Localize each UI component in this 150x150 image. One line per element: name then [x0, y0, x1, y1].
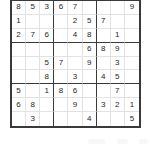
cell-r9c8[interactable]: [111, 112, 125, 126]
cell-r2c2[interactable]: [26, 15, 40, 29]
cell-r5c4[interactable]: 7: [54, 57, 68, 71]
cell-r3c8[interactable]: 1: [111, 29, 125, 43]
cell-r8c3[interactable]: [40, 98, 54, 112]
cell-r8c4[interactable]: [54, 98, 68, 112]
cell-r1c5[interactable]: 7: [68, 1, 82, 15]
cell-r8c5[interactable]: 9: [68, 98, 82, 112]
cell-r9c9[interactable]: 5: [125, 112, 139, 126]
cell-r4c5[interactable]: [68, 43, 82, 57]
sudoku-board: 8536791257276481689579383455186768932134…: [10, 0, 141, 128]
page: 8536791257276481689579383455186768932134…: [0, 0, 150, 150]
cell-r3c9[interactable]: [125, 29, 139, 43]
cell-r2c3[interactable]: [40, 15, 54, 29]
cell-r2c6[interactable]: 5: [83, 15, 97, 29]
cell-r2c5[interactable]: 2: [68, 15, 82, 29]
cell-r2c1[interactable]: 1: [12, 15, 26, 29]
cell-r8c8[interactable]: 2: [111, 98, 125, 112]
cell-r6c3[interactable]: 8: [40, 70, 54, 84]
watermark-smudge: [139, 139, 148, 144]
cell-r1c9[interactable]: 9: [125, 1, 139, 15]
cell-r5c7[interactable]: [97, 57, 111, 71]
cell-r1c7[interactable]: [97, 1, 111, 15]
cell-r1c6[interactable]: [83, 1, 97, 15]
cell-r4c6[interactable]: 6: [83, 43, 97, 57]
cell-r8c7[interactable]: 3: [97, 98, 111, 112]
cell-r6c1[interactable]: [12, 70, 26, 84]
cell-r5c3[interactable]: 5: [40, 57, 54, 71]
cell-r5c6[interactable]: 9: [83, 57, 97, 71]
cell-r5c9[interactable]: [125, 57, 139, 71]
cell-r8c9[interactable]: 1: [125, 98, 139, 112]
cell-r3c1[interactable]: 2: [12, 29, 26, 43]
cell-r7c5[interactable]: 6: [68, 84, 82, 98]
cell-r2c9[interactable]: [125, 15, 139, 29]
cell-r3c3[interactable]: 6: [40, 29, 54, 43]
cell-r6c5[interactable]: 3: [68, 70, 82, 84]
cell-r9c1[interactable]: [12, 112, 26, 126]
cell-r8c2[interactable]: 8: [26, 98, 40, 112]
cell-r4c3[interactable]: [40, 43, 54, 57]
cell-r6c6[interactable]: [83, 70, 97, 84]
cell-r2c8[interactable]: [111, 15, 125, 29]
cell-r9c4[interactable]: [54, 112, 68, 126]
watermark-smudge: [117, 139, 128, 144]
cell-r4c2[interactable]: [26, 43, 40, 57]
cell-r4c4[interactable]: [54, 43, 68, 57]
cell-r2c4[interactable]: [54, 15, 68, 29]
cell-r2c7[interactable]: 7: [97, 15, 111, 29]
cell-r1c2[interactable]: 5: [26, 1, 40, 15]
cell-r4c1[interactable]: [12, 43, 26, 57]
cell-r5c8[interactable]: 3: [111, 57, 125, 71]
cell-r7c8[interactable]: 7: [111, 84, 125, 98]
cell-r7c7[interactable]: [97, 84, 111, 98]
cell-r7c3[interactable]: 1: [40, 84, 54, 98]
cell-r8c1[interactable]: 6: [12, 98, 26, 112]
cell-r7c1[interactable]: 5: [12, 84, 26, 98]
cell-r3c2[interactable]: 7: [26, 29, 40, 43]
cell-r9c7[interactable]: [97, 112, 111, 126]
cell-r7c2[interactable]: [26, 84, 40, 98]
cell-r9c6[interactable]: 4: [83, 112, 97, 126]
cell-r3c5[interactable]: 4: [68, 29, 82, 43]
watermark-smudge: [88, 139, 105, 144]
cell-r6c8[interactable]: 5: [111, 70, 125, 84]
cell-r3c7[interactable]: [97, 29, 111, 43]
cell-r7c9[interactable]: [125, 84, 139, 98]
cell-r5c2[interactable]: [26, 57, 40, 71]
cell-r9c2[interactable]: 3: [26, 112, 40, 126]
cell-r1c4[interactable]: 6: [54, 1, 68, 15]
cell-r7c4[interactable]: 8: [54, 84, 68, 98]
cell-r3c6[interactable]: 8: [83, 29, 97, 43]
cell-r1c1[interactable]: 8: [12, 1, 26, 15]
cell-r8c6[interactable]: [83, 98, 97, 112]
cell-r7c6[interactable]: [83, 84, 97, 98]
cell-r4c7[interactable]: 8: [97, 43, 111, 57]
cell-r4c9[interactable]: [125, 43, 139, 57]
cell-r6c2[interactable]: [26, 70, 40, 84]
cell-r6c7[interactable]: 4: [97, 70, 111, 84]
cell-r3c4[interactable]: [54, 29, 68, 43]
cell-r5c5[interactable]: [68, 57, 82, 71]
cell-r1c8[interactable]: [111, 1, 125, 15]
cell-r5c1[interactable]: [12, 57, 26, 71]
cell-r6c4[interactable]: [54, 70, 68, 84]
cell-r4c8[interactable]: 9: [111, 43, 125, 57]
cell-r6c9[interactable]: [125, 70, 139, 84]
cell-r1c3[interactable]: 3: [40, 1, 54, 15]
cell-r9c5[interactable]: [68, 112, 82, 126]
cell-r9c3[interactable]: [40, 112, 54, 126]
